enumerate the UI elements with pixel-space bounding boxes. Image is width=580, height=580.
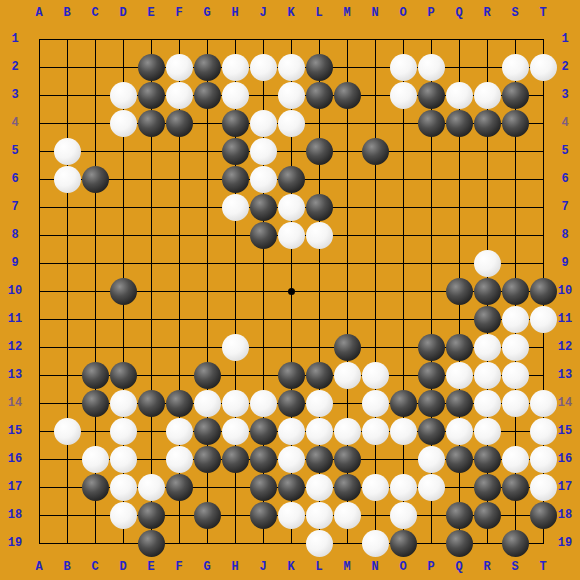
left-coord-14: 14: [1, 396, 29, 410]
white-stone-o18[interactable]: [390, 502, 417, 529]
right-coord-5: 5: [551, 144, 579, 158]
black-stone-s3[interactable]: [502, 82, 529, 109]
white-stone-r12[interactable]: [474, 334, 501, 361]
white-stone-d18[interactable]: [110, 502, 137, 529]
left-coord-8: 8: [1, 228, 29, 242]
white-stone-o15[interactable]: [390, 418, 417, 445]
white-stone-k8[interactable]: [278, 222, 305, 249]
left-coord-15: 15: [1, 424, 29, 438]
black-stone-s4[interactable]: [502, 110, 529, 137]
white-stone-l8[interactable]: [306, 222, 333, 249]
white-stone-q15[interactable]: [446, 418, 473, 445]
black-stone-q19[interactable]: [446, 530, 473, 557]
top-coord-r: R: [473, 6, 501, 20]
black-stone-j7[interactable]: [250, 194, 277, 221]
white-stone-j5[interactable]: [250, 138, 277, 165]
white-stone-f16[interactable]: [166, 446, 193, 473]
white-stone-j4[interactable]: [250, 110, 277, 137]
bottom-coord-j: J: [249, 560, 277, 574]
black-stone-d13[interactable]: [110, 362, 137, 389]
left-coord-11: 11: [1, 312, 29, 326]
top-coord-c: C: [81, 6, 109, 20]
white-stone-j6[interactable]: [250, 166, 277, 193]
white-stone-f15[interactable]: [166, 418, 193, 445]
white-stone-h15[interactable]: [222, 418, 249, 445]
black-stone-r10[interactable]: [474, 278, 501, 305]
black-stone-r16[interactable]: [474, 446, 501, 473]
white-stone-l18[interactable]: [306, 502, 333, 529]
black-stone-f14[interactable]: [166, 390, 193, 417]
white-stone-d4[interactable]: [110, 110, 137, 137]
white-stone-b5[interactable]: [54, 138, 81, 165]
left-coord-3: 3: [1, 88, 29, 102]
black-stone-g16[interactable]: [194, 446, 221, 473]
right-coord-1: 1: [551, 32, 579, 46]
white-stone-s14[interactable]: [502, 390, 529, 417]
white-stone-k16[interactable]: [278, 446, 305, 473]
top-coord-p: P: [417, 6, 445, 20]
left-coord-10: 10: [1, 284, 29, 298]
white-stone-d14[interactable]: [110, 390, 137, 417]
black-stone-h16[interactable]: [222, 446, 249, 473]
black-stone-g18[interactable]: [194, 502, 221, 529]
right-coord-9: 9: [551, 256, 579, 270]
white-stone-g14[interactable]: [194, 390, 221, 417]
white-stone-m18[interactable]: [334, 502, 361, 529]
bottom-coord-t: T: [529, 560, 557, 574]
left-coord-16: 16: [1, 452, 29, 466]
black-stone-s19[interactable]: [502, 530, 529, 557]
bottom-coord-f: F: [165, 560, 193, 574]
white-stone-t14[interactable]: [530, 390, 557, 417]
black-stone-l16[interactable]: [306, 446, 333, 473]
black-stone-p14[interactable]: [418, 390, 445, 417]
black-stone-c17[interactable]: [82, 474, 109, 501]
left-coord-6: 6: [1, 172, 29, 186]
black-stone-h6[interactable]: [222, 166, 249, 193]
white-stone-m15[interactable]: [334, 418, 361, 445]
top-coord-l: L: [305, 6, 333, 20]
bottom-coord-a: A: [25, 560, 53, 574]
black-stone-j8[interactable]: [250, 222, 277, 249]
white-stone-h12[interactable]: [222, 334, 249, 361]
go-board: AABBCCDDEEFFGGHHJJKKLLMMNNOOPPQQRRSSTT11…: [0, 0, 580, 580]
white-stone-d3[interactable]: [110, 82, 137, 109]
white-stone-f2[interactable]: [166, 54, 193, 81]
black-stone-l3[interactable]: [306, 82, 333, 109]
black-stone-q14[interactable]: [446, 390, 473, 417]
white-stone-f3[interactable]: [166, 82, 193, 109]
white-stone-q13[interactable]: [446, 362, 473, 389]
bottom-coord-s: S: [501, 560, 529, 574]
bottom-coord-h: H: [221, 560, 249, 574]
black-stone-f17[interactable]: [166, 474, 193, 501]
black-stone-l2[interactable]: [306, 54, 333, 81]
white-stone-o2[interactable]: [390, 54, 417, 81]
bottom-coord-r: R: [473, 560, 501, 574]
black-stone-p15[interactable]: [418, 418, 445, 445]
black-stone-p3[interactable]: [418, 82, 445, 109]
black-stone-e4[interactable]: [138, 110, 165, 137]
bottom-coord-k: K: [277, 560, 305, 574]
white-stone-p2[interactable]: [418, 54, 445, 81]
white-stone-s13[interactable]: [502, 362, 529, 389]
black-stone-p12[interactable]: [418, 334, 445, 361]
white-stone-k4[interactable]: [278, 110, 305, 137]
left-coord-5: 5: [1, 144, 29, 158]
white-stone-c16[interactable]: [82, 446, 109, 473]
black-stone-o14[interactable]: [390, 390, 417, 417]
white-stone-n14[interactable]: [362, 390, 389, 417]
white-stone-k2[interactable]: [278, 54, 305, 81]
black-stone-j15[interactable]: [250, 418, 277, 445]
white-stone-n17[interactable]: [362, 474, 389, 501]
bottom-coord-e: E: [137, 560, 165, 574]
black-stone-k17[interactable]: [278, 474, 305, 501]
left-coord-13: 13: [1, 368, 29, 382]
bottom-coord-p: P: [417, 560, 445, 574]
right-coord-7: 7: [551, 200, 579, 214]
top-coord-g: G: [193, 6, 221, 20]
left-coord-18: 18: [1, 508, 29, 522]
black-stone-e19[interactable]: [138, 530, 165, 557]
black-stone-g13[interactable]: [194, 362, 221, 389]
left-coord-9: 9: [1, 256, 29, 270]
black-stone-d10[interactable]: [110, 278, 137, 305]
black-stone-q4[interactable]: [446, 110, 473, 137]
white-stone-p16[interactable]: [418, 446, 445, 473]
black-stone-q16[interactable]: [446, 446, 473, 473]
white-stone-b6[interactable]: [54, 166, 81, 193]
left-coord-4: 4: [1, 116, 29, 130]
top-coord-d: D: [109, 6, 137, 20]
white-stone-m13[interactable]: [334, 362, 361, 389]
top-coord-e: E: [137, 6, 165, 20]
white-stone-q3[interactable]: [446, 82, 473, 109]
black-stone-f4[interactable]: [166, 110, 193, 137]
white-stone-t11[interactable]: [530, 306, 557, 333]
black-stone-q10[interactable]: [446, 278, 473, 305]
left-coord-2: 2: [1, 60, 29, 74]
black-stone-s10[interactable]: [502, 278, 529, 305]
right-coord-3: 3: [551, 88, 579, 102]
white-stone-h14[interactable]: [222, 390, 249, 417]
black-stone-m16[interactable]: [334, 446, 361, 473]
black-stone-m17[interactable]: [334, 474, 361, 501]
bottom-coord-d: D: [109, 560, 137, 574]
black-stone-m3[interactable]: [334, 82, 361, 109]
black-stone-t18[interactable]: [530, 502, 557, 529]
black-stone-l7[interactable]: [306, 194, 333, 221]
black-stone-e3[interactable]: [138, 82, 165, 109]
left-coord-19: 19: [1, 536, 29, 550]
top-coord-h: H: [221, 6, 249, 20]
black-stone-c6[interactable]: [82, 166, 109, 193]
white-stone-k7[interactable]: [278, 194, 305, 221]
white-stone-h7[interactable]: [222, 194, 249, 221]
top-coord-n: N: [361, 6, 389, 20]
bottom-coord-l: L: [305, 560, 333, 574]
white-stone-s11[interactable]: [502, 306, 529, 333]
black-stone-e2[interactable]: [138, 54, 165, 81]
black-stone-e18[interactable]: [138, 502, 165, 529]
top-coord-k: K: [277, 6, 305, 20]
top-coord-m: M: [333, 6, 361, 20]
black-stone-j18[interactable]: [250, 502, 277, 529]
white-stone-l15[interactable]: [306, 418, 333, 445]
top-coord-o: O: [389, 6, 417, 20]
right-coord-6: 6: [551, 172, 579, 186]
left-coord-12: 12: [1, 340, 29, 354]
black-stone-c13[interactable]: [82, 362, 109, 389]
white-stone-e17[interactable]: [138, 474, 165, 501]
top-coord-t: T: [529, 6, 557, 20]
top-coord-b: B: [53, 6, 81, 20]
white-stone-k3[interactable]: [278, 82, 305, 109]
white-stone-l14[interactable]: [306, 390, 333, 417]
left-coord-17: 17: [1, 480, 29, 494]
bottom-coord-n: N: [361, 560, 389, 574]
white-stone-n19[interactable]: [362, 530, 389, 557]
top-coord-a: A: [25, 6, 53, 20]
white-stone-s2[interactable]: [502, 54, 529, 81]
bottom-coord-m: M: [333, 560, 361, 574]
white-stone-n15[interactable]: [362, 418, 389, 445]
black-stone-q18[interactable]: [446, 502, 473, 529]
white-stone-t15[interactable]: [530, 418, 557, 445]
black-stone-j16[interactable]: [250, 446, 277, 473]
bottom-coord-b: B: [53, 560, 81, 574]
black-stone-r11[interactable]: [474, 306, 501, 333]
bottom-coord-q: Q: [445, 560, 473, 574]
black-stone-r18[interactable]: [474, 502, 501, 529]
white-stone-r15[interactable]: [474, 418, 501, 445]
white-stone-j14[interactable]: [250, 390, 277, 417]
bottom-coord-g: G: [193, 560, 221, 574]
black-stone-p13[interactable]: [418, 362, 445, 389]
white-stone-d16[interactable]: [110, 446, 137, 473]
black-stone-o19[interactable]: [390, 530, 417, 557]
bottom-coord-o: O: [389, 560, 417, 574]
black-stone-r17[interactable]: [474, 474, 501, 501]
white-stone-h2[interactable]: [222, 54, 249, 81]
white-stone-h3[interactable]: [222, 82, 249, 109]
white-stone-r14[interactable]: [474, 390, 501, 417]
white-stone-n13[interactable]: [362, 362, 389, 389]
black-stone-l13[interactable]: [306, 362, 333, 389]
white-stone-s12[interactable]: [502, 334, 529, 361]
white-stone-t17[interactable]: [530, 474, 557, 501]
right-coord-12: 12: [551, 340, 579, 354]
black-stone-m12[interactable]: [334, 334, 361, 361]
black-stone-k6[interactable]: [278, 166, 305, 193]
white-stone-l17[interactable]: [306, 474, 333, 501]
black-stone-s17[interactable]: [502, 474, 529, 501]
black-stone-g2[interactable]: [194, 54, 221, 81]
white-stone-b15[interactable]: [54, 418, 81, 445]
left-coord-7: 7: [1, 200, 29, 214]
top-coord-q: Q: [445, 6, 473, 20]
white-stone-o3[interactable]: [390, 82, 417, 109]
black-stone-k14[interactable]: [278, 390, 305, 417]
white-stone-r13[interactable]: [474, 362, 501, 389]
white-stone-d17[interactable]: [110, 474, 137, 501]
right-coord-19: 19: [551, 536, 579, 550]
white-stone-o17[interactable]: [390, 474, 417, 501]
black-stone-r4[interactable]: [474, 110, 501, 137]
black-stone-h4[interactable]: [222, 110, 249, 137]
black-stone-j17[interactable]: [250, 474, 277, 501]
black-stone-g15[interactable]: [194, 418, 221, 445]
black-stone-l5[interactable]: [306, 138, 333, 165]
white-stone-j2[interactable]: [250, 54, 277, 81]
right-coord-4: 4: [551, 116, 579, 130]
black-stone-q12[interactable]: [446, 334, 473, 361]
star-point-k10: [288, 288, 295, 295]
white-stone-p17[interactable]: [418, 474, 445, 501]
white-stone-s16[interactable]: [502, 446, 529, 473]
white-stone-l19[interactable]: [306, 530, 333, 557]
white-stone-k18[interactable]: [278, 502, 305, 529]
white-stone-r3[interactable]: [474, 82, 501, 109]
white-stone-r9[interactable]: [474, 250, 501, 277]
white-stone-k15[interactable]: [278, 418, 305, 445]
white-stone-t16[interactable]: [530, 446, 557, 473]
black-stone-k13[interactable]: [278, 362, 305, 389]
black-stone-c14[interactable]: [82, 390, 109, 417]
black-stone-e14[interactable]: [138, 390, 165, 417]
black-stone-g3[interactable]: [194, 82, 221, 109]
top-coord-s: S: [501, 6, 529, 20]
top-coord-f: F: [165, 6, 193, 20]
white-stone-d15[interactable]: [110, 418, 137, 445]
black-stone-n5[interactable]: [362, 138, 389, 165]
white-stone-t2[interactable]: [530, 54, 557, 81]
black-stone-h5[interactable]: [222, 138, 249, 165]
right-coord-8: 8: [551, 228, 579, 242]
bottom-coord-c: C: [81, 560, 109, 574]
black-stone-p4[interactable]: [418, 110, 445, 137]
left-coord-1: 1: [1, 32, 29, 46]
right-coord-13: 13: [551, 368, 579, 382]
top-coord-j: J: [249, 6, 277, 20]
black-stone-t10[interactable]: [530, 278, 557, 305]
